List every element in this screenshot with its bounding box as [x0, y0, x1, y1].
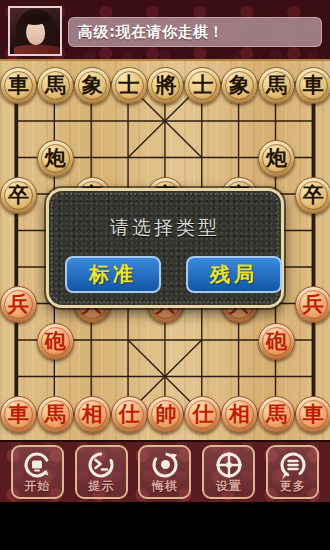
- piece-black-advisor[interactable]: 士: [184, 67, 221, 104]
- piece-red-chariot[interactable]: 車: [0, 396, 37, 433]
- piece-red-horse[interactable]: 馬: [258, 396, 295, 433]
- start-button[interactable]: 开始: [11, 445, 64, 499]
- piece-glyph: 炮: [45, 148, 66, 169]
- restart-icon: [21, 449, 53, 481]
- piece-red-elephant[interactable]: 相: [221, 396, 258, 433]
- piece-black-soldier[interactable]: 卒: [0, 177, 37, 214]
- piece-red-soldier[interactable]: 兵: [295, 286, 330, 323]
- settings-label: 设置: [216, 478, 242, 495]
- status-message: 高级:现在请你走棋！: [78, 23, 224, 42]
- endgame-mode-label: 残局: [210, 261, 258, 288]
- bottom-toolbar: 开始 提示 悔棋 设置: [0, 440, 330, 502]
- endgame-mode-button[interactable]: 残局: [186, 256, 282, 293]
- more-menu-icon: [277, 449, 309, 481]
- piece-glyph: 將: [155, 75, 176, 96]
- piece-glyph: 士: [192, 75, 213, 96]
- piece-black-horse[interactable]: 馬: [37, 67, 74, 104]
- piece-glyph: 相: [229, 404, 250, 425]
- piece-red-soldier[interactable]: 兵: [0, 286, 37, 323]
- piece-red-advisor[interactable]: 仕: [184, 396, 221, 433]
- hint-label: 提示: [88, 478, 114, 495]
- piece-glyph: 馬: [266, 75, 287, 96]
- piece-glyph: 馬: [45, 404, 66, 425]
- piece-glyph: 車: [8, 404, 29, 425]
- dialog-title: 请选择类型: [49, 215, 281, 241]
- piece-glyph: 砲: [266, 331, 287, 352]
- settings-button[interactable]: 设置: [202, 445, 255, 499]
- more-label: 更多: [280, 478, 306, 495]
- piece-glyph: 車: [8, 75, 29, 96]
- piece-red-elephant[interactable]: 相: [74, 396, 111, 433]
- more-button[interactable]: 更多: [266, 445, 319, 499]
- standard-mode-button[interactable]: 标准: [65, 256, 161, 293]
- piece-glyph: 象: [229, 75, 250, 96]
- piece-glyph: 帥: [155, 404, 176, 425]
- piece-glyph: 炮: [266, 148, 287, 169]
- piece-black-soldier[interactable]: 卒: [295, 177, 330, 214]
- bottom-black-area: [0, 502, 330, 550]
- piece-black-advisor[interactable]: 士: [111, 67, 148, 104]
- piece-red-cannon[interactable]: 砲: [37, 323, 74, 360]
- piece-glyph: 砲: [45, 331, 66, 352]
- avatar-body: [14, 45, 60, 54]
- piece-glyph: 仕: [192, 404, 213, 425]
- piece-black-elephant[interactable]: 象: [221, 67, 258, 104]
- piece-glyph: 卒: [303, 185, 324, 206]
- piece-black-horse[interactable]: 馬: [258, 67, 295, 104]
- piece-glyph: 相: [82, 404, 103, 425]
- speech-bubble: 高级:现在请你走棋！: [68, 17, 322, 47]
- piece-red-horse[interactable]: 馬: [37, 396, 74, 433]
- piece-black-cannon[interactable]: 炮: [37, 140, 74, 177]
- standard-mode-label: 标准: [89, 261, 137, 288]
- piece-black-cannon[interactable]: 炮: [258, 140, 295, 177]
- piece-glyph: 卒: [8, 185, 29, 206]
- hint-terminal-icon: [85, 449, 117, 481]
- piece-glyph: 車: [303, 75, 324, 96]
- piece-red-advisor[interactable]: 仕: [111, 396, 148, 433]
- piece-black-chariot[interactable]: 車: [295, 67, 330, 104]
- piece-glyph: 仕: [119, 404, 140, 425]
- piece-glyph: 象: [82, 75, 103, 96]
- top-status-bar: 高级:现在请你走棋！: [0, 0, 330, 61]
- settings-crosshair-icon: [213, 449, 245, 481]
- start-label: 开始: [24, 478, 50, 495]
- hint-button[interactable]: 提示: [75, 445, 128, 499]
- piece-red-chariot[interactable]: 車: [295, 396, 330, 433]
- piece-red-general[interactable]: 帥: [147, 396, 184, 433]
- piece-glyph: 馬: [45, 75, 66, 96]
- undo-icon: [149, 449, 181, 481]
- piece-glyph: 兵: [8, 294, 29, 315]
- piece-glyph: 兵: [303, 294, 324, 315]
- undo-button[interactable]: 悔棋: [138, 445, 191, 499]
- select-type-dialog: 请选择类型 标准 残局: [46, 188, 284, 308]
- xiangqi-app-screen: 高级:现在请你走棋！ 車馬象士將士象馬車炮炮卒卒卒卒卒兵兵兵兵兵砲砲車馬相仕帥仕…: [0, 0, 330, 550]
- piece-black-elephant[interactable]: 象: [74, 67, 111, 104]
- opponent-avatar: [8, 6, 62, 56]
- piece-glyph: 馬: [266, 404, 287, 425]
- piece-black-chariot[interactable]: 車: [0, 67, 37, 104]
- piece-red-cannon[interactable]: 砲: [258, 323, 295, 360]
- piece-glyph: 車: [303, 404, 324, 425]
- piece-glyph: 士: [119, 75, 140, 96]
- undo-label: 悔棋: [152, 478, 178, 495]
